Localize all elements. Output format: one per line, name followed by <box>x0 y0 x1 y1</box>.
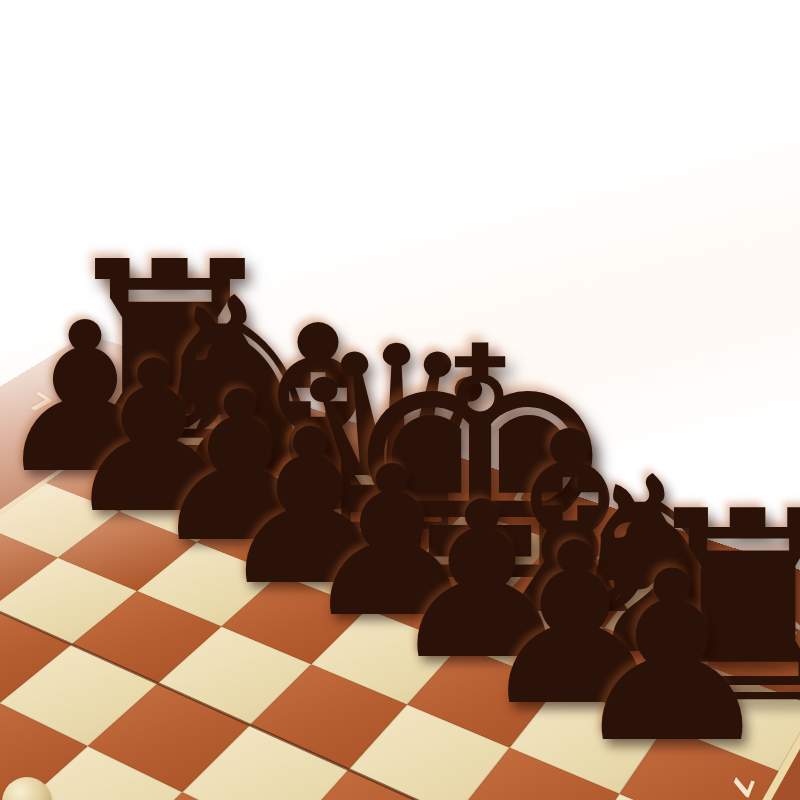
chess-photo-scene: 7CDFG7 ♜♟♞♝♟♛♟♚♟♝♟♞♟♜♟♟ <box>0 0 800 800</box>
piece-black-pawn-h7[interactable]: ♟ <box>567 540 778 775</box>
